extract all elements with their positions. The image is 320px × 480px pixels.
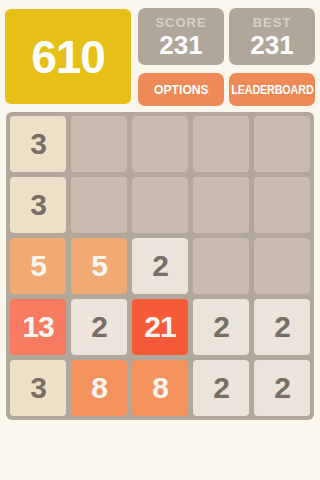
empty-cell	[193, 116, 249, 172]
leaderboard-button[interactable]: LEADERBOARD	[229, 73, 315, 106]
tile-5: 5	[10, 238, 66, 294]
tile-2: 2	[254, 299, 310, 355]
score-label: SCORE	[138, 15, 224, 30]
max-tile: 610	[5, 9, 131, 104]
empty-cell	[254, 238, 310, 294]
tile-3: 3	[10, 360, 66, 416]
tile-8: 8	[132, 360, 188, 416]
tile-3: 3	[10, 177, 66, 233]
tile-2: 2	[193, 299, 249, 355]
empty-cell	[193, 177, 249, 233]
game-screen: 610 SCORE 231 BEST 231 OPTIONS LEADERBOA…	[0, 0, 320, 480]
tile-2: 2	[254, 360, 310, 416]
empty-cell	[254, 177, 310, 233]
tile-8: 8	[71, 360, 127, 416]
leaderboard-button-label: LEADERBOARD	[231, 82, 313, 97]
tile-3: 3	[10, 116, 66, 172]
tile-2: 2	[71, 299, 127, 355]
best-label: BEST	[229, 15, 315, 30]
score-value: 231	[138, 30, 224, 61]
best-box: BEST 231	[229, 8, 315, 65]
tile-5: 5	[71, 238, 127, 294]
best-value: 231	[229, 30, 315, 61]
tile-21: 21	[132, 299, 188, 355]
empty-cell	[193, 238, 249, 294]
empty-cell	[71, 116, 127, 172]
empty-cell	[71, 177, 127, 233]
empty-cell	[254, 116, 310, 172]
tile-2: 2	[193, 360, 249, 416]
tile-2: 2	[132, 238, 188, 294]
empty-cell	[132, 177, 188, 233]
empty-cell	[132, 116, 188, 172]
options-button[interactable]: OPTIONS	[138, 73, 224, 106]
tile-13: 13	[10, 299, 66, 355]
score-box: SCORE 231	[138, 8, 224, 65]
options-button-label: OPTIONS	[154, 82, 209, 97]
game-board[interactable]: 33552132212238822	[6, 112, 314, 420]
